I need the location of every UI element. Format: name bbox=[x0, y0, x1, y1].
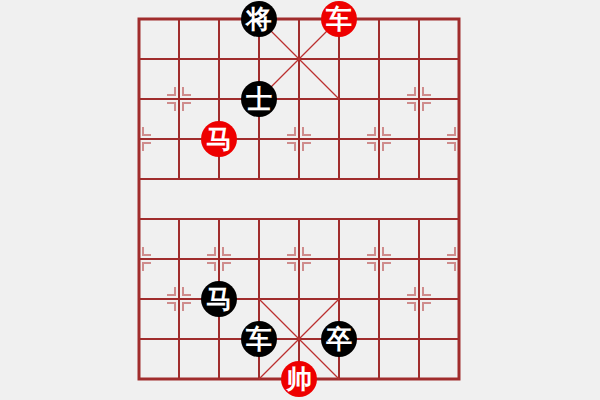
piece-black-advisor[interactable]: 士 bbox=[241, 81, 277, 117]
piece-red-general[interactable]: 帅 bbox=[281, 361, 317, 397]
xiangqi-board: 将车士马马车卒帅 bbox=[0, 0, 600, 400]
piece-black-horse[interactable]: 马 bbox=[201, 281, 237, 317]
piece-black-general[interactable]: 将 bbox=[241, 1, 277, 37]
pieces-grid: 将车士马马车卒帅 bbox=[119, 0, 479, 399]
piece-red-horse[interactable]: 马 bbox=[201, 121, 237, 157]
piece-red-chariot[interactable]: 车 bbox=[321, 1, 357, 37]
piece-black-soldier[interactable]: 卒 bbox=[321, 321, 357, 357]
piece-black-chariot[interactable]: 车 bbox=[241, 321, 277, 357]
